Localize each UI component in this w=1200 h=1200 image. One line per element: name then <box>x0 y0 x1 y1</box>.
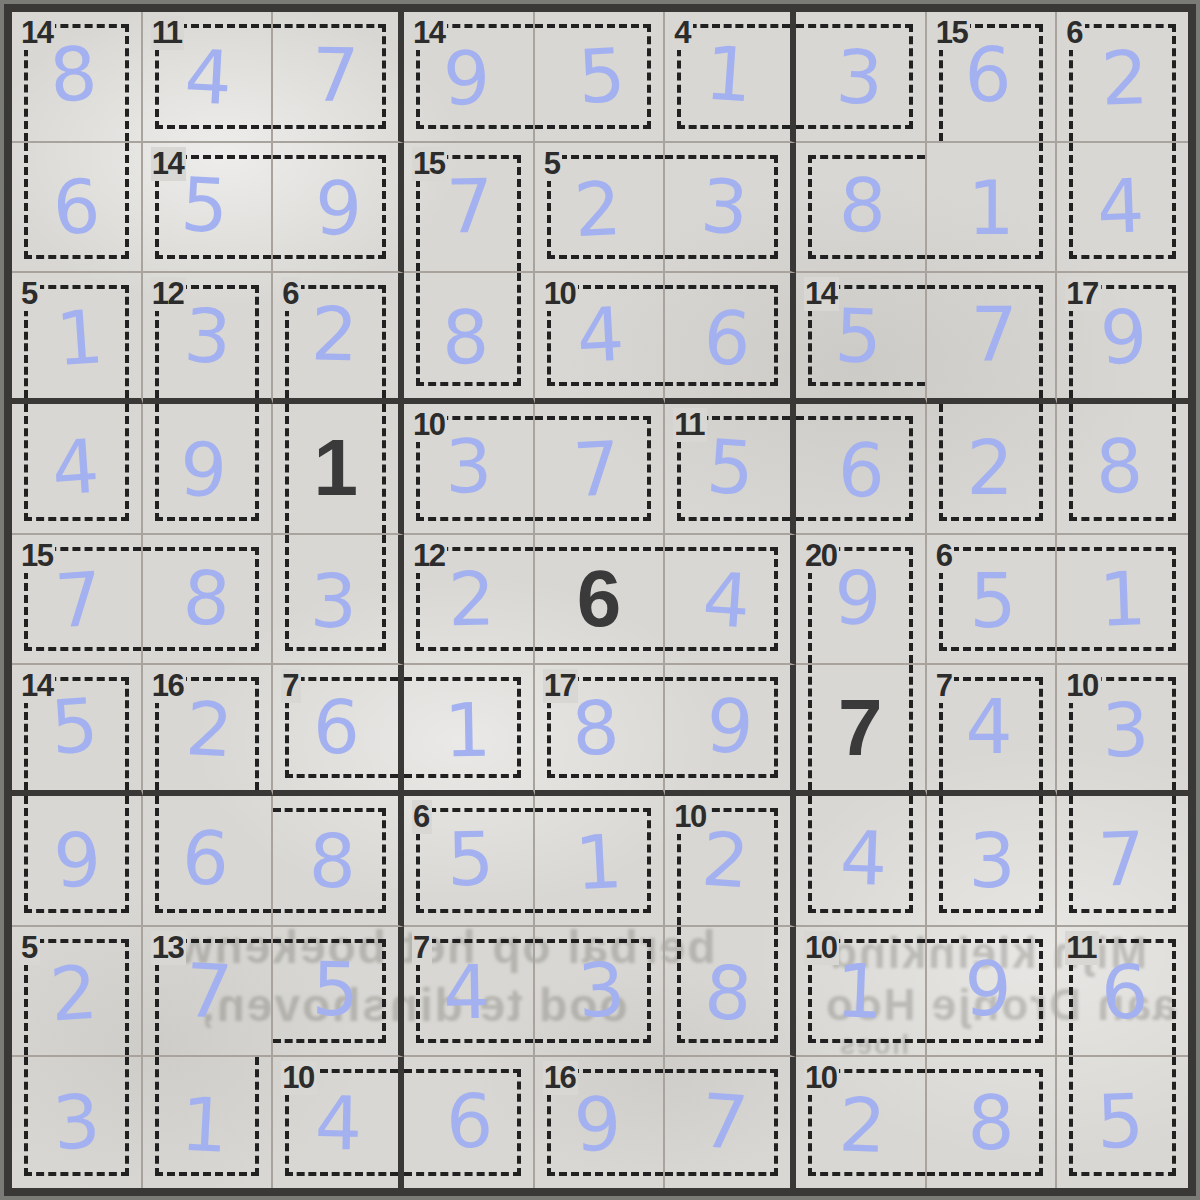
handwritten-digit: 3 <box>1101 692 1151 768</box>
handwritten-digit: 8 <box>1095 429 1145 505</box>
handwritten-digit: 2 <box>184 691 235 767</box>
handwritten-digit: 5 <box>48 687 100 764</box>
cell-r7c4[interactable]: 65 <box>404 796 535 927</box>
cell-r6c5[interactable]: 178 <box>535 665 666 796</box>
cell-r8c3[interactable]: 5 <box>273 927 404 1058</box>
handwritten-digit: 7 <box>699 1083 751 1160</box>
cell-r5c5[interactable]: 6 <box>535 535 666 666</box>
cage-sum-label: 11 <box>1065 931 1099 965</box>
handwritten-digit: 6 <box>312 689 360 764</box>
handwritten-digit: 7 <box>970 297 1017 371</box>
cell-r9c4[interactable]: 6 <box>404 1057 535 1188</box>
handwritten-digit: 1 <box>703 36 755 113</box>
cell-r2c7[interactable]: 8 <box>796 143 927 274</box>
cage-sum-label: 16 <box>543 1061 578 1095</box>
given-digit: 6 <box>577 559 622 639</box>
cell-r3c6[interactable]: 6 <box>665 273 796 404</box>
cell-r1c1[interactable]: 148 <box>12 12 143 143</box>
handwritten-digit: 9 <box>442 41 490 116</box>
cell-r7c3[interactable]: 8 <box>273 796 404 927</box>
cell-r2c4[interactable]: 157 <box>404 143 535 274</box>
cell-r3c3[interactable]: 62 <box>273 273 404 404</box>
cell-r4c2[interactable]: 9 <box>143 404 274 535</box>
cage-sum-label: 5 <box>20 931 40 965</box>
handwritten-digit: 5 <box>834 298 884 374</box>
killer-sudoku-board: berbal op het boekenw ood te dinshoven, … <box>4 4 1196 1196</box>
handwritten-digit: 4 <box>314 1085 362 1160</box>
handwritten-digit: 8 <box>838 167 888 243</box>
handwritten-digit: 4 <box>575 296 626 372</box>
handwritten-digit: 9 <box>51 822 103 899</box>
handwritten-digit: 1 <box>1098 561 1148 637</box>
cell-r8c5[interactable]: 3 <box>535 927 666 1058</box>
cell-r7c8[interactable]: 3 <box>927 796 1058 927</box>
cell-r5c6[interactable]: 4 <box>665 535 796 666</box>
handwritten-digit: 6 <box>1100 954 1150 1030</box>
cage-sum-label: 4 <box>673 16 693 50</box>
cage-sum-label: 10 <box>1065 669 1100 703</box>
cell-r1c9[interactable]: 62 <box>1057 12 1188 143</box>
cage-sum-label: 7 <box>281 669 301 703</box>
cell-r7c1[interactable]: 9 <box>12 796 143 927</box>
cell-r7c5[interactable]: 1 <box>535 796 666 927</box>
cell-r4c3[interactable]: 1 <box>273 404 404 535</box>
cell-r8c1[interactable]: 52 <box>12 927 143 1058</box>
cell-r3c4[interactable]: 8 <box>404 273 535 404</box>
cell-r9c6[interactable]: 7 <box>665 1057 796 1188</box>
handwritten-digit: 1 <box>443 692 491 767</box>
handwritten-digit: 5 <box>969 564 1016 638</box>
handwritten-digit: 6 <box>50 168 102 245</box>
handwritten-digit: 3 <box>699 168 751 245</box>
cell-r9c8[interactable]: 8 <box>927 1057 1058 1188</box>
cell-r8c8[interactable]: 9 <box>927 927 1058 1058</box>
cage-sum-label: 14 <box>804 277 839 311</box>
cell-r2c8[interactable]: 1 <box>927 143 1058 274</box>
cage-sum-label: 5 <box>543 147 563 181</box>
cell-r7c7[interactable]: 4 <box>796 796 927 927</box>
cell-r1c6[interactable]: 41 <box>665 12 796 143</box>
cell-r9c7[interactable]: 102 <box>796 1057 927 1188</box>
given-digit: 7 <box>838 688 883 768</box>
handwritten-digit: 5 <box>446 822 494 897</box>
cell-r1c3[interactable]: 7 <box>273 12 404 143</box>
handwritten-digit: 2 <box>966 431 1013 505</box>
handwritten-digit: 6 <box>181 820 232 896</box>
cell-r1c7[interactable]: 3 <box>796 12 927 143</box>
handwritten-digit: 9 <box>964 952 1011 1026</box>
given-digit: 1 <box>313 428 358 508</box>
cell-r4c9[interactable]: 8 <box>1057 404 1188 535</box>
handwritten-digit: 7 <box>445 169 493 244</box>
cell-r3c5[interactable]: 104 <box>535 273 666 404</box>
cage-sum-label: 14 <box>20 669 55 703</box>
cell-r5c9[interactable]: 1 <box>1057 535 1188 666</box>
handwritten-digit: 3 <box>50 1083 102 1160</box>
handwritten-digit: 6 <box>836 433 886 509</box>
cage-sum-label: 5 <box>20 277 40 311</box>
cell-r3c8[interactable]: 7 <box>927 273 1058 404</box>
cell-r4c7[interactable]: 6 <box>796 404 927 535</box>
handwritten-digit: 3 <box>444 429 492 504</box>
handwritten-digit: 5 <box>180 167 231 243</box>
cell-r7c6[interactable]: 102 <box>665 796 796 927</box>
handwritten-digit: 7 <box>52 561 104 638</box>
cage-sum-label: 14 <box>151 147 186 181</box>
handwritten-digit: 5 <box>705 429 757 506</box>
handwritten-digit: 1 <box>967 171 1014 245</box>
cage-sum-label: 10 <box>673 800 708 834</box>
handwritten-digit: 9 <box>1099 299 1149 375</box>
cage-sum-label: 14 <box>20 16 55 50</box>
handwritten-digit: 8 <box>441 299 489 374</box>
cell-r5c1[interactable]: 157 <box>12 535 143 666</box>
cell-r3c9[interactable]: 179 <box>1057 273 1188 404</box>
cell-r3c1[interactable]: 51 <box>12 273 143 404</box>
cage-sum-label: 10 <box>804 1061 839 1095</box>
cell-r7c2[interactable]: 6 <box>143 796 274 927</box>
cage-sum-label: 10 <box>412 408 447 442</box>
handwritten-digit: 4 <box>442 955 490 1030</box>
handwritten-digit: 7 <box>311 38 359 113</box>
handwritten-digit: 3 <box>183 298 234 374</box>
handwritten-digit: 1 <box>574 824 625 900</box>
cage-sum-label: 17 <box>1065 277 1100 311</box>
cage-sum-label: 15 <box>20 539 55 573</box>
cell-r5c2[interactable]: 8 <box>143 535 274 666</box>
cell-r9c2[interactable]: 1 <box>143 1057 274 1188</box>
cage-sum-label: 15 <box>935 16 970 50</box>
cell-r6c2[interactable]: 162 <box>143 665 274 796</box>
handwritten-digit: 9 <box>178 432 229 508</box>
handwritten-digit: 8 <box>702 954 754 1031</box>
handwritten-digit: 9 <box>704 687 756 764</box>
cage-sum-label: 10 <box>804 931 839 965</box>
cell-r5c8[interactable]: 65 <box>927 535 1058 666</box>
cage-sum-label: 6 <box>935 539 955 573</box>
handwritten-digit: 2 <box>47 955 99 1032</box>
cell-r9c5[interactable]: 169 <box>535 1057 666 1188</box>
handwritten-digit: 9 <box>314 171 362 246</box>
cage-sum-label: 16 <box>151 669 186 703</box>
handwritten-digit: 4 <box>183 39 234 115</box>
handwritten-digit: 4 <box>965 690 1012 764</box>
cell-r4c8[interactable]: 2 <box>927 404 1058 535</box>
handwritten-digit: 6 <box>445 1083 493 1158</box>
cell-r8c2[interactable]: 137 <box>143 927 274 1058</box>
cell-r4c6[interactable]: 115 <box>665 404 796 535</box>
handwritten-digit: 1 <box>835 953 885 1029</box>
handwritten-digit: 2 <box>837 1087 887 1163</box>
cell-r2c2[interactable]: 145 <box>143 143 274 274</box>
cage-sum-label: 6 <box>412 800 432 834</box>
cell-r5c7[interactable]: 209 <box>796 535 927 666</box>
handwritten-digit: 2 <box>311 296 359 371</box>
cage-sum-label: 6 <box>281 277 301 311</box>
cell-r6c9[interactable]: 103 <box>1057 665 1188 796</box>
cage-sum-label: 11 <box>673 408 707 442</box>
handwritten-digit: 3 <box>309 564 357 639</box>
cage-sum-label: 7 <box>412 931 432 965</box>
cage-sum-label: 15 <box>412 147 447 181</box>
cell-r6c3[interactable]: 76 <box>273 665 404 796</box>
handwritten-digit: 7 <box>572 431 623 507</box>
handwritten-digit: 1 <box>179 1086 230 1162</box>
cell-r5c3[interactable]: 3 <box>273 535 404 666</box>
cage-sum-label: 10 <box>543 277 578 311</box>
cell-r5c4[interactable]: 122 <box>404 535 535 666</box>
cage-sum-label: 11 <box>151 16 185 50</box>
handwritten-digit: 8 <box>182 560 233 636</box>
handwritten-digit: 3 <box>834 39 884 115</box>
handwritten-digit: 5 <box>1096 1083 1146 1159</box>
handwritten-digit: 8 <box>967 1086 1014 1160</box>
handwritten-digit: 2 <box>573 171 624 247</box>
handwritten-digit: 5 <box>577 38 628 114</box>
handwritten-digit: 5 <box>312 952 360 1027</box>
handwritten-digit: 3 <box>968 824 1015 898</box>
cell-r2c1[interactable]: 6 <box>12 143 143 274</box>
cell-r7c9[interactable]: 7 <box>1057 796 1188 927</box>
cell-r9c1[interactable]: 3 <box>12 1057 143 1188</box>
handwritten-digit: 1 <box>53 299 105 376</box>
handwritten-digit: 9 <box>833 560 883 636</box>
handwritten-digit: 4 <box>1096 168 1146 244</box>
cell-r4c4[interactable]: 103 <box>404 404 535 535</box>
cell-r8c7[interactable]: 101 <box>796 927 927 1058</box>
cage-sum-label: 20 <box>804 539 839 573</box>
handwritten-digit: 3 <box>576 952 627 1028</box>
cell-r3c7[interactable]: 145 <box>796 273 927 404</box>
cage-sum-label: 7 <box>935 669 955 703</box>
cell-r8c6[interactable]: 8 <box>665 927 796 1058</box>
cell-r8c4[interactable]: 74 <box>404 927 535 1058</box>
cell-r4c1[interactable]: 4 <box>12 404 143 535</box>
cell-r2c9[interactable]: 4 <box>1057 143 1188 274</box>
cell-r6c6[interactable]: 9 <box>665 665 796 796</box>
cage-sum-label: 6 <box>1065 16 1085 50</box>
cell-r6c1[interactable]: 145 <box>12 665 143 796</box>
cage-sum-label: 14 <box>412 16 447 50</box>
handwritten-digit: 8 <box>571 690 622 766</box>
cell-r4c5[interactable]: 7 <box>535 404 666 535</box>
handwritten-digit: 2 <box>1100 40 1150 116</box>
cage-sum-label: 12 <box>151 277 186 311</box>
handwritten-digit: 6 <box>701 299 753 376</box>
handwritten-digit: 4 <box>49 429 101 506</box>
cell-r8c9[interactable]: 116 <box>1057 927 1188 1058</box>
cell-r9c9[interactable]: 5 <box>1057 1057 1188 1188</box>
cell-r1c5[interactable]: 5 <box>535 12 666 143</box>
cell-r1c2[interactable]: 114 <box>143 12 274 143</box>
handwritten-digit: 8 <box>308 824 356 899</box>
handwritten-digit: 4 <box>701 561 753 638</box>
cage-sum-label: 17 <box>543 669 578 703</box>
cell-r2c3[interactable]: 9 <box>273 143 404 274</box>
cell-r2c5[interactable]: 52 <box>535 143 666 274</box>
handwritten-digit: 4 <box>839 821 889 897</box>
cell-r9c3[interactable]: 104 <box>273 1057 404 1188</box>
cell-r1c8[interactable]: 156 <box>927 12 1058 143</box>
handwritten-digit: 7 <box>1097 822 1147 898</box>
handwritten-digit: 2 <box>447 562 495 637</box>
cell-r1c4[interactable]: 149 <box>404 12 535 143</box>
handwritten-digit: 6 <box>964 38 1011 112</box>
cell-r6c8[interactable]: 74 <box>927 665 1058 796</box>
handwritten-digit: 7 <box>184 953 235 1029</box>
cell-r2c6[interactable]: 3 <box>665 143 796 274</box>
handwritten-digit: 9 <box>573 1086 624 1162</box>
cell-r3c2[interactable]: 123 <box>143 273 274 404</box>
cell-r6c4[interactable]: 1 <box>404 665 535 796</box>
cage-sum-label: 13 <box>151 931 186 965</box>
cell-r6c7[interactable]: 7 <box>796 665 927 796</box>
cage-sum-label: 12 <box>412 539 447 573</box>
cage-sum-label: 10 <box>281 1061 316 1095</box>
